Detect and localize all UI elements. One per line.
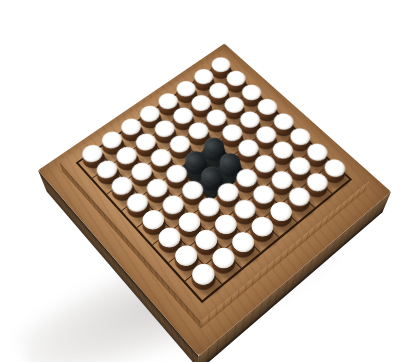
- scene: [0, 0, 400, 362]
- product-photo-stage: [0, 0, 400, 362]
- board-block: [59, 50, 369, 322]
- white-disc[interactable]: [188, 269, 219, 298]
